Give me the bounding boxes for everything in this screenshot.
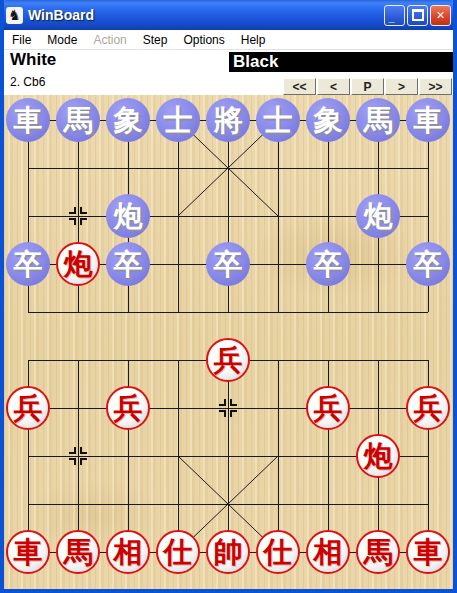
highlight-marker-b8 [69, 207, 87, 225]
black-chariot-i10[interactable]: 車 [406, 98, 450, 142]
nav-button-pause[interactable]: P [351, 78, 384, 95]
menu-item-options[interactable]: Options [175, 31, 232, 49]
red-chariot-i1[interactable]: 車 [406, 530, 450, 574]
red-soldier-c4[interactable]: 兵 [106, 386, 150, 430]
minimize-button[interactable]: _ [384, 5, 405, 26]
xiangqi-board[interactable]: 車馬象士將士象馬車炮炮卒卒卒卒卒炮兵兵兵兵兵炮車馬相仕帥仕相馬車 [4, 95, 453, 589]
black-player-label: Black [229, 52, 278, 72]
highlight-marker-e4 [219, 399, 237, 417]
black-soldier-e7[interactable]: 卒 [206, 242, 250, 286]
black-cannon-c8[interactable]: 炮 [106, 194, 150, 238]
winboard-knight-icon: ♞ [6, 7, 23, 24]
nav-button-rewind-to-start[interactable]: << [283, 78, 316, 95]
black-cannon-h8[interactable]: 炮 [356, 194, 400, 238]
red-advisor-d1[interactable]: 仕 [156, 530, 200, 574]
red-soldier-g4[interactable]: 兵 [306, 386, 350, 430]
menu-item-step[interactable]: Step [135, 31, 176, 49]
white-player-label: White [10, 50, 56, 70]
maximize-button[interactable] [407, 5, 428, 26]
menu-item-help[interactable]: Help [233, 31, 274, 49]
black-horse-h10[interactable]: 馬 [356, 98, 400, 142]
red-horse-b1[interactable]: 馬 [56, 530, 100, 574]
menu-item-file[interactable]: File [4, 31, 39, 49]
black-elephant-g10[interactable]: 象 [306, 98, 350, 142]
highlight-marker-b3 [69, 447, 87, 465]
black-horse-b10[interactable]: 馬 [56, 98, 100, 142]
winboard-window: ♞ WinBoard _ ✕ FileModeActionStepOptions… [0, 0, 457, 593]
red-soldier-i4[interactable]: 兵 [406, 386, 450, 430]
black-soldier-a7[interactable]: 卒 [6, 242, 50, 286]
black-elephant-c10[interactable]: 象 [106, 98, 150, 142]
red-cannon-b7[interactable]: 炮 [56, 242, 100, 286]
black-soldier-g7[interactable]: 卒 [306, 242, 350, 286]
menu-bar: FileModeActionStepOptionsHelp [4, 30, 453, 50]
maximize-icon [412, 9, 424, 21]
red-chariot-a1[interactable]: 車 [6, 530, 50, 574]
nav-button-step-forward[interactable]: > [385, 78, 418, 95]
close-button[interactable]: ✕ [430, 5, 451, 26]
menu-item-action: Action [85, 31, 134, 49]
red-general-e1[interactable]: 帥 [206, 530, 250, 574]
black-soldier-i7[interactable]: 卒 [406, 242, 450, 286]
black-turn-indicator: Black [229, 52, 453, 72]
info-strip: White Black 2. Cb6 <<<P>>> [4, 50, 453, 95]
red-cannon-h3[interactable]: 炮 [356, 434, 400, 478]
red-advisor-f1[interactable]: 仕 [256, 530, 300, 574]
black-soldier-c7[interactable]: 卒 [106, 242, 150, 286]
nav-button-fast-forward[interactable]: >> [419, 78, 452, 95]
black-chariot-a10[interactable]: 車 [6, 98, 50, 142]
red-elephant-c1[interactable]: 相 [106, 530, 150, 574]
black-advisor-f10[interactable]: 士 [256, 98, 300, 142]
move-display: 2. Cb6 [10, 75, 45, 89]
window-titlebar[interactable]: ♞ WinBoard _ ✕ [0, 0, 457, 30]
menu-item-mode[interactable]: Mode [39, 31, 85, 49]
black-advisor-d10[interactable]: 士 [156, 98, 200, 142]
window-title: WinBoard [28, 7, 94, 23]
red-soldier-e5[interactable]: 兵 [206, 338, 250, 382]
red-horse-h1[interactable]: 馬 [356, 530, 400, 574]
nav-button-step-back[interactable]: < [317, 78, 350, 95]
red-soldier-a4[interactable]: 兵 [6, 386, 50, 430]
red-horse-g1[interactable]: 相 [306, 530, 350, 574]
black-general-e10[interactable]: 將 [206, 98, 250, 142]
navigation-buttons: <<<P>>> [283, 78, 452, 95]
